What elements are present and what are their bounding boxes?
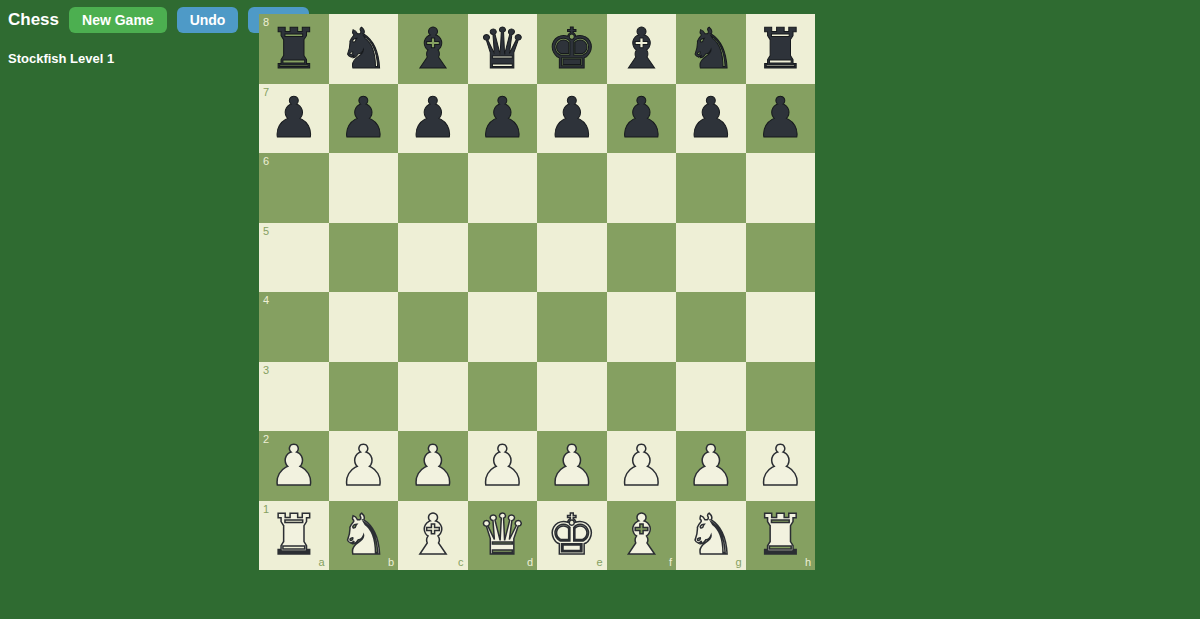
piece-black-pawn: ♟	[269, 90, 319, 146]
square-a2[interactable]: 2♟	[259, 431, 329, 501]
square-e3[interactable]	[537, 362, 607, 432]
file-label-h: h	[805, 557, 811, 568]
square-h3[interactable]	[746, 362, 816, 432]
square-b4[interactable]	[329, 292, 399, 362]
square-b7[interactable]: ♟	[329, 84, 399, 154]
piece-white-pawn: ♟	[616, 438, 666, 494]
piece-white-king: ♚	[547, 507, 597, 563]
file-label-f: f	[669, 557, 672, 568]
square-d6[interactable]	[468, 153, 538, 223]
square-h5[interactable]	[746, 223, 816, 293]
piece-black-knight: ♞	[686, 21, 736, 77]
file-label-a: a	[318, 557, 324, 568]
square-g4[interactable]	[676, 292, 746, 362]
piece-black-pawn: ♟	[616, 90, 666, 146]
square-d2[interactable]: ♟	[468, 431, 538, 501]
piece-white-rook: ♜	[755, 507, 805, 563]
piece-white-bishop: ♝	[616, 507, 666, 563]
square-g6[interactable]	[676, 153, 746, 223]
piece-black-pawn: ♟	[477, 90, 527, 146]
square-d3[interactable]	[468, 362, 538, 432]
square-c8[interactable]: ♝	[398, 14, 468, 84]
square-d7[interactable]: ♟	[468, 84, 538, 154]
square-c2[interactable]: ♟	[398, 431, 468, 501]
square-f6[interactable]	[607, 153, 677, 223]
piece-black-queen: ♛	[477, 21, 527, 77]
square-f4[interactable]	[607, 292, 677, 362]
square-h7[interactable]: ♟	[746, 84, 816, 154]
square-b6[interactable]	[329, 153, 399, 223]
square-g2[interactable]: ♟	[676, 431, 746, 501]
square-h2[interactable]: ♟	[746, 431, 816, 501]
square-a3[interactable]: 3	[259, 362, 329, 432]
square-b8[interactable]: ♞	[329, 14, 399, 84]
square-e4[interactable]	[537, 292, 607, 362]
square-g7[interactable]: ♟	[676, 84, 746, 154]
piece-white-pawn: ♟	[686, 438, 736, 494]
square-f5[interactable]	[607, 223, 677, 293]
square-g8[interactable]: ♞	[676, 14, 746, 84]
piece-black-pawn: ♟	[338, 90, 388, 146]
piece-black-king: ♚	[547, 21, 597, 77]
square-a8[interactable]: 8♜	[259, 14, 329, 84]
piece-white-pawn: ♟	[338, 438, 388, 494]
square-e1[interactable]: e♚	[537, 501, 607, 571]
square-h4[interactable]	[746, 292, 816, 362]
square-g5[interactable]	[676, 223, 746, 293]
square-e2[interactable]: ♟	[537, 431, 607, 501]
piece-black-bishop: ♝	[616, 21, 666, 77]
rank-label-7: 7	[263, 87, 269, 98]
square-e5[interactable]	[537, 223, 607, 293]
square-e8[interactable]: ♚	[537, 14, 607, 84]
square-c4[interactable]	[398, 292, 468, 362]
file-label-b: b	[388, 557, 394, 568]
new-game-button[interactable]: New Game	[69, 7, 167, 33]
square-g3[interactable]	[676, 362, 746, 432]
square-h6[interactable]	[746, 153, 816, 223]
piece-black-pawn: ♟	[755, 90, 805, 146]
square-a1[interactable]: 1a♜	[259, 501, 329, 571]
square-d8[interactable]: ♛	[468, 14, 538, 84]
piece-black-rook: ♜	[269, 21, 319, 77]
piece-black-pawn: ♟	[686, 90, 736, 146]
square-b2[interactable]: ♟	[329, 431, 399, 501]
file-label-g: g	[735, 557, 741, 568]
rank-label-4: 4	[263, 295, 269, 306]
engine-status: Stockfish Level 1	[8, 51, 114, 66]
piece-black-pawn: ♟	[408, 90, 458, 146]
rank-label-3: 3	[263, 365, 269, 376]
square-h8[interactable]: ♜	[746, 14, 816, 84]
square-a6[interactable]: 6	[259, 153, 329, 223]
piece-white-pawn: ♟	[477, 438, 527, 494]
piece-white-pawn: ♟	[408, 438, 458, 494]
square-g1[interactable]: g♞	[676, 501, 746, 571]
file-label-e: e	[596, 557, 602, 568]
square-e7[interactable]: ♟	[537, 84, 607, 154]
rank-label-8: 8	[263, 17, 269, 28]
square-b3[interactable]	[329, 362, 399, 432]
file-label-d: d	[527, 557, 533, 568]
square-c3[interactable]	[398, 362, 468, 432]
piece-white-pawn: ♟	[755, 438, 805, 494]
piece-black-pawn: ♟	[547, 90, 597, 146]
rank-label-6: 6	[263, 156, 269, 167]
square-f8[interactable]: ♝	[607, 14, 677, 84]
square-d5[interactable]	[468, 223, 538, 293]
piece-black-rook: ♜	[755, 21, 805, 77]
square-f1[interactable]: f♝	[607, 501, 677, 571]
square-d4[interactable]	[468, 292, 538, 362]
square-c1[interactable]: c♝	[398, 501, 468, 571]
chess-board: 8♜♞♝♛♚♝♞♜7♟♟♟♟♟♟♟♟65432♟♟♟♟♟♟♟♟1a♜b♞c♝d♛…	[259, 14, 815, 570]
piece-white-knight: ♞	[338, 507, 388, 563]
rank-label-5: 5	[263, 226, 269, 237]
square-c6[interactable]	[398, 153, 468, 223]
square-h1[interactable]: h♜	[746, 501, 816, 571]
piece-white-rook: ♜	[269, 507, 319, 563]
piece-white-queen: ♛	[477, 507, 527, 563]
square-c5[interactable]	[398, 223, 468, 293]
square-a7[interactable]: 7♟	[259, 84, 329, 154]
square-b5[interactable]	[329, 223, 399, 293]
square-c7[interactable]: ♟	[398, 84, 468, 154]
piece-white-pawn: ♟	[269, 438, 319, 494]
square-e6[interactable]	[537, 153, 607, 223]
square-b1[interactable]: b♞	[329, 501, 399, 571]
rank-label-2: 2	[263, 434, 269, 445]
square-a4[interactable]: 4	[259, 292, 329, 362]
piece-black-bishop: ♝	[408, 21, 458, 77]
undo-button[interactable]: Undo	[177, 7, 239, 33]
piece-black-knight: ♞	[338, 21, 388, 77]
square-a5[interactable]: 5	[259, 223, 329, 293]
square-f3[interactable]	[607, 362, 677, 432]
piece-white-knight: ♞	[686, 507, 736, 563]
square-f7[interactable]: ♟	[607, 84, 677, 154]
rank-label-1: 1	[263, 504, 269, 515]
piece-white-bishop: ♝	[408, 507, 458, 563]
file-label-c: c	[458, 557, 464, 568]
square-d1[interactable]: d♛	[468, 501, 538, 571]
square-f2[interactable]: ♟	[607, 431, 677, 501]
page-title: Chess	[8, 10, 59, 30]
piece-white-pawn: ♟	[547, 438, 597, 494]
